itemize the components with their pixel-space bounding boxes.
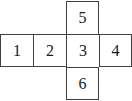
net-cell-5: 5: [66, 1, 99, 34]
net-cell-4: 4: [99, 34, 132, 67]
net-cell-2: 2: [33, 34, 66, 67]
net-cell-6: 6: [66, 67, 99, 100]
net-cell-3: 3: [66, 34, 99, 67]
net-cell-1: 1: [0, 34, 33, 67]
cube-net-board: 512346: [0, 1, 132, 100]
